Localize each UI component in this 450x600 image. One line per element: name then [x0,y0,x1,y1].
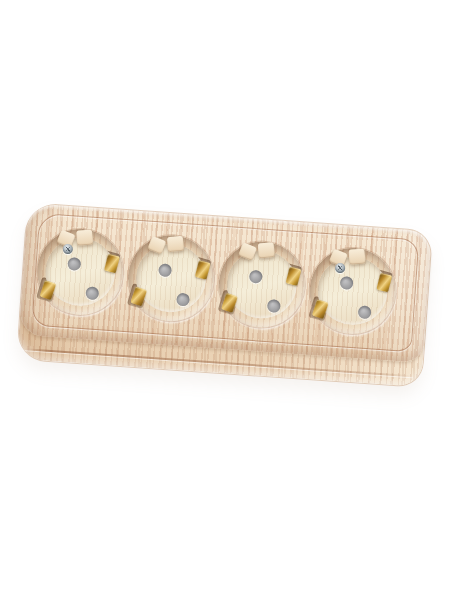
socket-4 [307,245,399,337]
recess-notch-right [348,248,365,264]
strip-front-face [19,203,432,363]
recess-notch-right [167,236,184,252]
photo-background [0,0,450,600]
earth-clip-right [104,254,120,273]
earth-clip-right [195,260,211,279]
socket-face [43,236,118,309]
earth-clip-right [376,273,392,292]
socket-face [315,255,390,328]
socket-face [225,248,300,321]
recess-notch-right [258,242,275,258]
earth-clip-right [286,267,302,286]
socket-3 [216,239,308,331]
sockets [19,203,432,363]
power-strip [17,203,432,387]
socket-face [134,242,209,315]
socket-2 [125,232,217,324]
recess-notch-right [76,229,93,245]
socket-1 [34,226,126,318]
